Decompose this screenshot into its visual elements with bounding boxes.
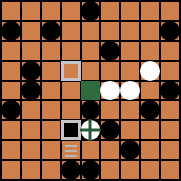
line-bar bbox=[65, 145, 77, 147]
black-stone bbox=[81, 160, 101, 180]
cell-r7c7[interactable] bbox=[141, 141, 159, 159]
green-cross-marker bbox=[89, 119, 92, 141]
cell-r6c3[interactable] bbox=[62, 121, 80, 139]
black-stone bbox=[160, 21, 180, 41]
cell-r2c4[interactable] bbox=[82, 42, 100, 60]
cell-r5c6[interactable] bbox=[121, 101, 139, 119]
cell-r1c5[interactable] bbox=[101, 22, 119, 40]
gray-square-marker bbox=[61, 120, 81, 140]
cell-r7c8[interactable] bbox=[161, 141, 179, 159]
cell-r8c2[interactable] bbox=[42, 161, 60, 179]
cell-r0c5[interactable] bbox=[101, 2, 119, 20]
white-stone bbox=[120, 81, 140, 101]
black-stone bbox=[1, 100, 21, 120]
cell-r5c0[interactable] bbox=[2, 101, 20, 119]
cell-r6c0[interactable] bbox=[2, 121, 20, 139]
cell-r7c6[interactable] bbox=[121, 141, 139, 159]
cell-r1c6[interactable] bbox=[121, 22, 139, 40]
cell-r1c4[interactable] bbox=[82, 22, 100, 40]
cell-r5c5[interactable] bbox=[101, 101, 119, 119]
board bbox=[0, 0, 181, 181]
cell-r7c4[interactable] bbox=[82, 141, 100, 159]
cell-r2c5[interactable] bbox=[101, 42, 119, 60]
cell-r8c0[interactable] bbox=[2, 161, 20, 179]
cell-r2c3[interactable] bbox=[62, 42, 80, 60]
triple-lines-marker bbox=[62, 141, 80, 159]
cell-r6c4[interactable] bbox=[82, 121, 100, 139]
white-stone bbox=[100, 81, 120, 101]
cell-r1c1[interactable] bbox=[22, 22, 40, 40]
cell-r4c2[interactable] bbox=[42, 82, 60, 100]
black-stone bbox=[120, 140, 140, 160]
cell-r4c1[interactable] bbox=[22, 82, 40, 100]
cell-r4c6[interactable] bbox=[121, 82, 139, 100]
cell-r4c4[interactable] bbox=[82, 82, 100, 100]
black-stone bbox=[21, 81, 41, 101]
cell-r3c8[interactable] bbox=[161, 62, 179, 80]
cell-r7c3[interactable] bbox=[62, 141, 80, 159]
cell-r2c2[interactable] bbox=[42, 42, 60, 60]
green-square-marker bbox=[81, 81, 101, 101]
black-stone bbox=[140, 100, 160, 120]
cell-r4c5[interactable] bbox=[101, 82, 119, 100]
cell-r0c0[interactable] bbox=[2, 2, 20, 20]
cell-r3c1[interactable] bbox=[22, 62, 40, 80]
black-stone bbox=[21, 61, 41, 81]
cell-r5c4[interactable] bbox=[82, 101, 100, 119]
cell-r5c7[interactable] bbox=[141, 101, 159, 119]
cell-r2c7[interactable] bbox=[141, 42, 159, 60]
cell-r3c7[interactable] bbox=[141, 62, 159, 80]
cell-r4c7[interactable] bbox=[141, 82, 159, 100]
cell-r6c1[interactable] bbox=[22, 121, 40, 139]
cell-r1c3[interactable] bbox=[62, 22, 80, 40]
cell-r3c4[interactable] bbox=[82, 62, 100, 80]
cell-r8c6[interactable] bbox=[121, 161, 139, 179]
cell-r6c8[interactable] bbox=[161, 121, 179, 139]
cell-r3c5[interactable] bbox=[101, 62, 119, 80]
black-stone bbox=[81, 1, 101, 21]
black-stone bbox=[81, 100, 101, 120]
cell-r5c3[interactable] bbox=[62, 101, 80, 119]
cell-r8c7[interactable] bbox=[141, 161, 159, 179]
cell-r4c3[interactable] bbox=[62, 82, 80, 100]
cell-r3c6[interactable] bbox=[121, 62, 139, 80]
black-stone bbox=[1, 21, 21, 41]
cell-r6c2[interactable] bbox=[42, 121, 60, 139]
cell-r3c2[interactable] bbox=[42, 62, 60, 80]
cell-r5c1[interactable] bbox=[22, 101, 40, 119]
line-bar bbox=[65, 155, 77, 157]
cell-r0c7[interactable] bbox=[141, 2, 159, 20]
cell-r8c3[interactable] bbox=[62, 161, 80, 179]
cell-r1c8[interactable] bbox=[161, 22, 179, 40]
cell-r8c5[interactable] bbox=[101, 161, 119, 179]
cell-r7c1[interactable] bbox=[22, 141, 40, 159]
cell-r4c8[interactable] bbox=[161, 82, 179, 100]
cell-r2c0[interactable] bbox=[2, 42, 20, 60]
cell-r2c6[interactable] bbox=[121, 42, 139, 60]
cell-r1c7[interactable] bbox=[141, 22, 159, 40]
cell-r0c8[interactable] bbox=[161, 2, 179, 20]
black-stone bbox=[100, 41, 120, 61]
cell-r4c0[interactable] bbox=[2, 82, 20, 100]
cell-r6c7[interactable] bbox=[141, 121, 159, 139]
cell-r3c3[interactable] bbox=[62, 62, 80, 80]
line-bar bbox=[65, 150, 77, 152]
cell-r7c5[interactable] bbox=[101, 141, 119, 159]
cell-r0c4[interactable] bbox=[82, 2, 100, 20]
cell-r8c1[interactable] bbox=[22, 161, 40, 179]
cell-r6c5[interactable] bbox=[101, 121, 119, 139]
cell-r2c1[interactable] bbox=[22, 42, 40, 60]
cell-r0c3[interactable] bbox=[62, 2, 80, 20]
cell-r5c2[interactable] bbox=[42, 101, 60, 119]
cell-r6c6[interactable] bbox=[121, 121, 139, 139]
cell-r0c6[interactable] bbox=[121, 2, 139, 20]
cell-r1c0[interactable] bbox=[2, 22, 20, 40]
cell-r7c0[interactable] bbox=[2, 141, 20, 159]
black-stone bbox=[160, 81, 180, 101]
cell-r5c8[interactable] bbox=[161, 101, 179, 119]
cell-r8c8[interactable] bbox=[161, 161, 179, 179]
cell-r8c4[interactable] bbox=[82, 161, 100, 179]
gray-square-marker bbox=[61, 61, 81, 81]
white-stone bbox=[140, 61, 160, 81]
cell-r2c8[interactable] bbox=[161, 42, 179, 60]
black-stone bbox=[100, 120, 120, 140]
cell-r0c1[interactable] bbox=[22, 2, 40, 20]
black-stone bbox=[61, 160, 81, 180]
cell-r1c2[interactable] bbox=[42, 22, 60, 40]
cell-r3c0[interactable] bbox=[2, 62, 20, 80]
cell-r7c2[interactable] bbox=[42, 141, 60, 159]
black-stone bbox=[41, 21, 61, 41]
cell-r0c2[interactable] bbox=[42, 2, 60, 20]
